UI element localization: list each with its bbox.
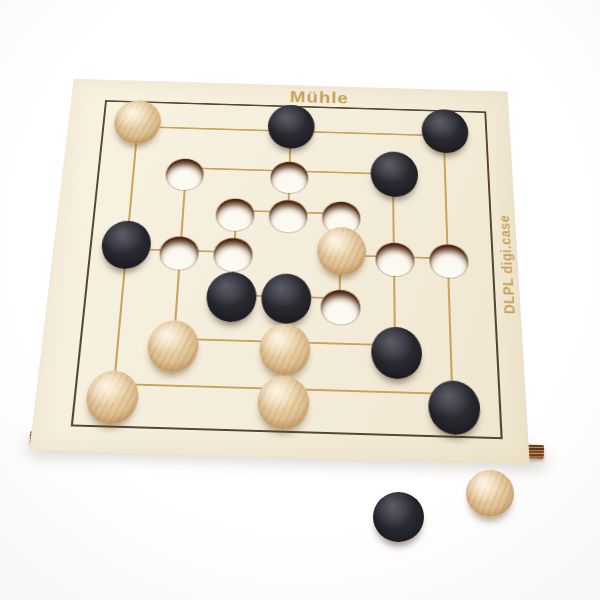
piece-black-f6[interactable] [370,151,418,198]
point-f2[interactable] [368,333,425,387]
loose-piece-white[interactable] [466,470,514,517]
point-c3[interactable] [202,278,259,330]
piece-black-c3[interactable] [205,271,257,322]
board-grid [82,106,483,420]
board-tilt-wrapper: Mühle DLPL digi.case [29,79,529,465]
point-e4[interactable] [314,233,368,283]
piece-black-d3[interactable] [260,273,311,324]
piece-white-a7[interactable] [112,100,162,145]
point-c5[interactable] [208,198,263,231]
play-area [82,106,483,420]
point-e3[interactable] [313,282,368,334]
point-a7[interactable] [109,106,164,151]
muehle-board: Mühle DLPL digi.case [29,79,529,465]
point-a1[interactable] [80,377,142,433]
piece-white-d1[interactable] [256,375,309,431]
point-a4[interactable] [96,227,154,277]
point-b6[interactable] [157,151,213,198]
piece-black-g7[interactable] [421,109,469,154]
piece-white-a1[interactable] [83,370,140,425]
piece-black-f2[interactable] [371,326,422,380]
piece-black-d7[interactable] [267,104,315,149]
point-d5[interactable] [261,200,315,233]
point-g4[interactable] [421,236,477,286]
hole-b6 [165,159,204,191]
hole-g4 [429,244,468,278]
hole-e3 [321,290,360,325]
point-f6[interactable] [368,157,421,204]
hole-f4 [376,243,414,277]
piece-white-d2[interactable] [258,323,310,376]
point-b4[interactable] [150,228,207,278]
piece-black-g1[interactable] [427,380,481,436]
hole-c4 [213,238,253,272]
point-b2[interactable] [142,327,202,381]
product-photo-scene: Mühle DLPL digi.case [0,0,600,600]
piece-black-a4[interactable] [99,220,152,270]
hole-b4 [159,236,199,270]
piece-white-e4[interactable] [316,226,365,276]
hole-c5 [216,198,255,231]
loose-piece-black[interactable] [373,492,424,542]
point-d7[interactable] [264,110,317,155]
hole-d5 [269,200,307,233]
piece-white-b2[interactable] [145,320,199,373]
brand-text: DLPL digi.case [494,184,520,349]
point-g7[interactable] [419,115,472,161]
point-d6[interactable] [262,154,316,201]
point-d1[interactable] [253,382,312,438]
point-g1[interactable] [425,387,484,443]
point-f4[interactable] [368,235,423,285]
hole-d6 [270,162,308,194]
